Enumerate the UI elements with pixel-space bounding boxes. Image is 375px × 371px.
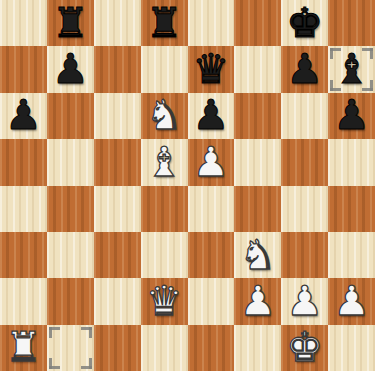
square-c5[interactable] — [94, 139, 141, 185]
move-highlight-b1 — [49, 327, 92, 369]
chess-board: ♜♜♚♟♛♟♝♟♞♟♟♝♟♞♛♟♟♟♜♚ — [0, 0, 375, 371]
square-a1[interactable]: ♜ — [0, 325, 47, 371]
square-e6[interactable]: ♟ — [188, 93, 235, 139]
square-a2[interactable] — [0, 278, 47, 324]
square-h1[interactable] — [328, 325, 375, 371]
square-e4[interactable] — [188, 186, 235, 232]
square-b2[interactable] — [47, 278, 94, 324]
square-d3[interactable] — [141, 232, 188, 278]
square-c4[interactable] — [94, 186, 141, 232]
square-a3[interactable] — [0, 232, 47, 278]
square-f3[interactable]: ♞ — [234, 232, 281, 278]
square-e3[interactable] — [188, 232, 235, 278]
square-h2[interactable]: ♟ — [328, 278, 375, 324]
square-e5[interactable]: ♟ — [188, 139, 235, 185]
white-pawn-g2[interactable]: ♟ — [286, 281, 323, 322]
square-f5[interactable] — [234, 139, 281, 185]
square-g6[interactable] — [281, 93, 328, 139]
square-a6[interactable]: ♟ — [0, 93, 47, 139]
square-c8[interactable] — [94, 0, 141, 46]
square-h6[interactable]: ♟ — [328, 93, 375, 139]
square-d7[interactable] — [141, 46, 188, 92]
square-d5[interactable]: ♝ — [141, 139, 188, 185]
square-c2[interactable] — [94, 278, 141, 324]
square-e7[interactable]: ♛ — [188, 46, 235, 92]
square-g8[interactable]: ♚ — [281, 0, 328, 46]
square-d6[interactable]: ♞ — [141, 93, 188, 139]
square-c3[interactable] — [94, 232, 141, 278]
black-pawn-h6[interactable]: ♟ — [333, 95, 370, 136]
square-h5[interactable] — [328, 139, 375, 185]
square-d2[interactable]: ♛ — [141, 278, 188, 324]
white-king-g1[interactable]: ♚ — [286, 327, 323, 368]
black-bishop-h7[interactable]: ♝ — [333, 49, 370, 90]
square-d1[interactable] — [141, 325, 188, 371]
square-g4[interactable] — [281, 186, 328, 232]
square-h7[interactable]: ♝ — [328, 46, 375, 92]
black-king-g8[interactable]: ♚ — [286, 3, 323, 44]
square-a4[interactable] — [0, 186, 47, 232]
square-b5[interactable] — [47, 139, 94, 185]
square-a7[interactable] — [0, 46, 47, 92]
square-c1[interactable] — [94, 325, 141, 371]
square-f2[interactable]: ♟ — [234, 278, 281, 324]
square-b7[interactable]: ♟ — [47, 46, 94, 92]
black-pawn-e6[interactable]: ♟ — [193, 95, 230, 136]
square-f6[interactable] — [234, 93, 281, 139]
chess-board-container: ♜♜♚♟♛♟♝♟♞♟♟♝♟♞♛♟♟♟♜♚ — [0, 0, 375, 371]
square-h3[interactable] — [328, 232, 375, 278]
black-pawn-b7[interactable]: ♟ — [52, 49, 89, 90]
white-knight-f3[interactable]: ♞ — [239, 235, 276, 276]
square-b3[interactable] — [47, 232, 94, 278]
square-b6[interactable] — [47, 93, 94, 139]
black-pawn-a6[interactable]: ♟ — [5, 95, 42, 136]
square-g1[interactable]: ♚ — [281, 325, 328, 371]
square-g3[interactable] — [281, 232, 328, 278]
square-g5[interactable] — [281, 139, 328, 185]
white-knight-d6[interactable]: ♞ — [146, 95, 183, 136]
square-f7[interactable] — [234, 46, 281, 92]
square-e8[interactable] — [188, 0, 235, 46]
square-a8[interactable] — [0, 0, 47, 46]
square-h8[interactable] — [328, 0, 375, 46]
square-f8[interactable] — [234, 0, 281, 46]
white-rook-a1[interactable]: ♜ — [5, 327, 42, 368]
white-pawn-h2[interactable]: ♟ — [333, 281, 370, 322]
square-d8[interactable]: ♜ — [141, 0, 188, 46]
square-a5[interactable] — [0, 139, 47, 185]
black-rook-b8[interactable]: ♜ — [52, 3, 89, 44]
square-e2[interactable] — [188, 278, 235, 324]
white-pawn-f2[interactable]: ♟ — [239, 281, 276, 322]
square-b8[interactable]: ♜ — [47, 0, 94, 46]
black-rook-d8[interactable]: ♜ — [146, 3, 183, 44]
square-g2[interactable]: ♟ — [281, 278, 328, 324]
square-h4[interactable] — [328, 186, 375, 232]
black-pawn-g7[interactable]: ♟ — [286, 49, 323, 90]
black-queen-e7[interactable]: ♛ — [193, 49, 230, 90]
square-b4[interactable] — [47, 186, 94, 232]
square-g7[interactable]: ♟ — [281, 46, 328, 92]
square-e1[interactable] — [188, 325, 235, 371]
square-c6[interactable] — [94, 93, 141, 139]
white-pawn-e5[interactable]: ♟ — [193, 142, 230, 183]
square-b1[interactable] — [47, 325, 94, 371]
square-f4[interactable] — [234, 186, 281, 232]
white-queen-d2[interactable]: ♛ — [146, 281, 183, 322]
square-d4[interactable] — [141, 186, 188, 232]
white-bishop-d5[interactable]: ♝ — [146, 142, 183, 183]
square-f1[interactable] — [234, 325, 281, 371]
square-c7[interactable] — [94, 46, 141, 92]
